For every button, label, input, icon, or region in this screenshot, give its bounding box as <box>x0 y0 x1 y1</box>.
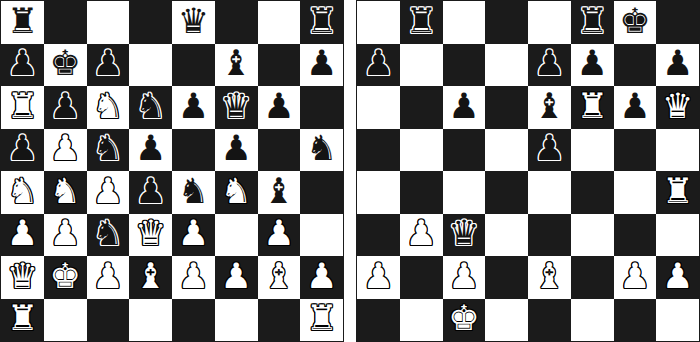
square-a6 <box>357 86 400 129</box>
square-g7 <box>614 44 657 87</box>
white-queen: ♛ <box>7 259 38 294</box>
white-pawn: ♟ <box>92 259 123 294</box>
square-f8: ♜ <box>571 1 614 44</box>
square-h4: ♜ <box>656 171 699 214</box>
square-f2: ♟ <box>215 256 258 299</box>
square-h2: ♟ <box>656 256 699 299</box>
black-knight: ♞ <box>92 131 123 166</box>
black-pawn: ♟ <box>363 46 394 81</box>
black-pawn: ♟ <box>619 89 650 124</box>
white-knight: ♞ <box>92 89 123 124</box>
square-b5: ♟ <box>44 129 87 172</box>
white-pawn: ♟ <box>49 216 80 251</box>
black-knight: ♞ <box>92 216 123 251</box>
square-c8 <box>443 1 486 44</box>
square-b7: ♚ <box>44 44 87 87</box>
black-bishop: ♝ <box>534 89 565 124</box>
square-g4 <box>614 171 657 214</box>
square-f4: ♞ <box>215 171 258 214</box>
square-e7 <box>172 44 215 87</box>
square-h3 <box>656 214 699 257</box>
black-pawn: ♟ <box>178 89 209 124</box>
square-h8 <box>656 1 699 44</box>
square-d8 <box>129 1 172 44</box>
square-f1 <box>571 299 614 342</box>
square-c1: ♚ <box>443 299 486 342</box>
square-a7: ♟ <box>357 44 400 87</box>
square-g1 <box>258 299 301 342</box>
black-pawn: ♟ <box>220 131 251 166</box>
black-pawn: ♟ <box>7 46 38 81</box>
white-rook: ♜ <box>306 301 337 336</box>
square-c5: ♞ <box>87 129 130 172</box>
square-h1: ♜ <box>300 299 343 342</box>
square-g5 <box>258 129 301 172</box>
square-b3: ♟ <box>400 214 443 257</box>
square-h6: ♛ <box>656 86 699 129</box>
square-a1: ♜ <box>1 299 44 342</box>
square-b4 <box>400 171 443 214</box>
square-e5: ♟ <box>528 129 571 172</box>
black-rook: ♜ <box>306 4 337 39</box>
square-f1 <box>215 299 258 342</box>
square-c6: ♟ <box>443 86 486 129</box>
white-bishop: ♝ <box>534 259 565 294</box>
square-b7 <box>400 44 443 87</box>
square-b3: ♟ <box>44 214 87 257</box>
square-a5 <box>357 129 400 172</box>
square-e2: ♟ <box>172 256 215 299</box>
square-b6: ♟ <box>44 86 87 129</box>
white-king: ♚ <box>49 259 80 294</box>
black-pawn: ♟ <box>263 89 294 124</box>
black-pawn: ♟ <box>306 46 337 81</box>
square-d2: ♝ <box>129 256 172 299</box>
white-pawn: ♟ <box>619 259 650 294</box>
square-f4 <box>571 171 614 214</box>
black-queen: ♛ <box>448 216 479 251</box>
square-f3 <box>215 214 258 257</box>
square-d6 <box>485 86 528 129</box>
white-queen: ♛ <box>662 89 693 124</box>
square-d6: ♞ <box>129 86 172 129</box>
square-h3 <box>300 214 343 257</box>
square-b2 <box>400 256 443 299</box>
square-a3 <box>357 214 400 257</box>
white-knight: ♞ <box>49 174 80 209</box>
square-c6: ♞ <box>87 86 130 129</box>
square-f2 <box>571 256 614 299</box>
black-king: ♚ <box>619 4 650 39</box>
white-pawn: ♟ <box>662 259 693 294</box>
black-knight: ♞ <box>135 89 166 124</box>
square-a8 <box>357 1 400 44</box>
square-f7: ♟ <box>571 44 614 87</box>
square-h5 <box>656 129 699 172</box>
black-rook: ♜ <box>576 4 607 39</box>
white-pawn: ♟ <box>49 131 80 166</box>
square-e8: ♛ <box>172 1 215 44</box>
square-b1 <box>400 299 443 342</box>
square-d1 <box>485 299 528 342</box>
square-g4: ♝ <box>258 171 301 214</box>
square-f8 <box>215 1 258 44</box>
square-e6: ♝ <box>528 86 571 129</box>
black-pawn: ♟ <box>534 46 565 81</box>
white-rook: ♜ <box>7 301 38 336</box>
square-c2: ♟ <box>443 256 486 299</box>
white-pawn: ♟ <box>306 259 337 294</box>
square-e3 <box>528 214 571 257</box>
white-pawn: ♟ <box>263 216 294 251</box>
square-e3: ♟ <box>172 214 215 257</box>
square-g8 <box>258 1 301 44</box>
square-h7: ♟ <box>300 44 343 87</box>
white-pawn: ♟ <box>178 216 209 251</box>
square-d4 <box>485 171 528 214</box>
black-pawn: ♟ <box>576 46 607 81</box>
square-a3: ♟ <box>1 214 44 257</box>
left-board: ♜♛♜♟♚♟♝♟♜♟♞♞♟♛♟♟♟♞♟♟♞♞♞♟♟♞♞♝♟♟♞♛♟♟♛♚♟♝♟♟… <box>0 0 344 342</box>
square-d3 <box>485 214 528 257</box>
black-knight: ♞ <box>178 174 209 209</box>
square-c7: ♟ <box>87 44 130 87</box>
square-c1 <box>87 299 130 342</box>
square-d5: ♟ <box>129 129 172 172</box>
square-c7 <box>443 44 486 87</box>
square-g7 <box>258 44 301 87</box>
square-h5: ♞ <box>300 129 343 172</box>
square-c3: ♛ <box>443 214 486 257</box>
square-c4: ♟ <box>87 171 130 214</box>
black-pawn: ♟ <box>92 46 123 81</box>
square-h7: ♟ <box>656 44 699 87</box>
square-a4 <box>357 171 400 214</box>
square-e4: ♞ <box>172 171 215 214</box>
black-pawn: ♟ <box>7 131 38 166</box>
square-a2: ♛ <box>1 256 44 299</box>
square-h1 <box>656 299 699 342</box>
square-h6 <box>300 86 343 129</box>
black-bishop: ♝ <box>263 174 294 209</box>
square-a7: ♟ <box>1 44 44 87</box>
square-f3 <box>571 214 614 257</box>
square-g1 <box>614 299 657 342</box>
square-g5 <box>614 129 657 172</box>
square-d3: ♛ <box>129 214 172 257</box>
white-queen: ♛ <box>135 216 166 251</box>
square-d8 <box>485 1 528 44</box>
square-f5: ♟ <box>215 129 258 172</box>
square-g2: ♟ <box>614 256 657 299</box>
white-knight: ♞ <box>7 174 38 209</box>
square-e4 <box>528 171 571 214</box>
square-d1 <box>129 299 172 342</box>
square-f5 <box>571 129 614 172</box>
white-bishop: ♝ <box>135 259 166 294</box>
right-board: ♜♜♚♟♟♟♟♟♝♜♟♛♟♜♟♛♟♟♝♟♟♚ <box>356 0 700 342</box>
white-pawn: ♟ <box>220 259 251 294</box>
white-rook: ♜ <box>662 174 693 209</box>
square-e7: ♟ <box>528 44 571 87</box>
square-h2: ♟ <box>300 256 343 299</box>
white-pawn: ♟ <box>7 216 38 251</box>
square-g3: ♟ <box>258 214 301 257</box>
black-pawn: ♟ <box>448 89 479 124</box>
square-g6: ♟ <box>614 86 657 129</box>
chess-diagrams: ♜♛♜♟♚♟♝♟♜♟♞♞♟♛♟♟♟♞♟♟♞♞♞♟♟♞♞♝♟♟♞♛♟♟♛♚♟♝♟♟… <box>0 0 700 342</box>
square-b8: ♜ <box>400 1 443 44</box>
black-queen: ♛ <box>178 4 209 39</box>
square-e5 <box>172 129 215 172</box>
black-rook: ♜ <box>7 4 38 39</box>
black-pawn: ♟ <box>662 46 693 81</box>
square-g6: ♟ <box>258 86 301 129</box>
white-pawn: ♟ <box>92 174 123 209</box>
white-pawn: ♟ <box>178 259 209 294</box>
square-f7: ♝ <box>215 44 258 87</box>
square-c3: ♞ <box>87 214 130 257</box>
white-bishop: ♝ <box>263 259 294 294</box>
white-pawn: ♟ <box>448 259 479 294</box>
black-pawn: ♟ <box>135 174 166 209</box>
square-a1 <box>357 299 400 342</box>
black-bishop: ♝ <box>220 46 251 81</box>
black-queen: ♛ <box>220 89 251 124</box>
square-e1 <box>528 299 571 342</box>
square-d7 <box>129 44 172 87</box>
square-c4 <box>443 171 486 214</box>
black-king: ♚ <box>49 46 80 81</box>
square-d5 <box>485 129 528 172</box>
square-g2: ♝ <box>258 256 301 299</box>
square-g8: ♚ <box>614 1 657 44</box>
square-h4 <box>300 171 343 214</box>
black-rook: ♜ <box>405 4 436 39</box>
white-pawn: ♟ <box>363 259 394 294</box>
square-b4: ♞ <box>44 171 87 214</box>
white-knight: ♞ <box>220 174 251 209</box>
square-b8 <box>44 1 87 44</box>
square-a8: ♜ <box>1 1 44 44</box>
square-e8 <box>528 1 571 44</box>
square-e6: ♟ <box>172 86 215 129</box>
white-king: ♚ <box>448 301 479 336</box>
square-a2: ♟ <box>357 256 400 299</box>
square-e2: ♝ <box>528 256 571 299</box>
black-pawn: ♟ <box>49 89 80 124</box>
black-pawn: ♟ <box>135 131 166 166</box>
square-b6 <box>400 86 443 129</box>
square-d2 <box>485 256 528 299</box>
square-g3 <box>614 214 657 257</box>
square-c5 <box>443 129 486 172</box>
square-b2: ♚ <box>44 256 87 299</box>
square-e1 <box>172 299 215 342</box>
square-h8: ♜ <box>300 1 343 44</box>
square-a4: ♞ <box>1 171 44 214</box>
white-pawn: ♟ <box>405 216 436 251</box>
black-pawn: ♟ <box>534 131 565 166</box>
white-rook: ♜ <box>7 89 38 124</box>
square-f6: ♜ <box>571 86 614 129</box>
square-d4: ♟ <box>129 171 172 214</box>
square-b1 <box>44 299 87 342</box>
square-d7 <box>485 44 528 87</box>
square-b5 <box>400 129 443 172</box>
square-a6: ♜ <box>1 86 44 129</box>
square-c8 <box>87 1 130 44</box>
square-a5: ♟ <box>1 129 44 172</box>
square-c2: ♟ <box>87 256 130 299</box>
square-f6: ♛ <box>215 86 258 129</box>
white-rook: ♜ <box>576 89 607 124</box>
black-knight: ♞ <box>306 131 337 166</box>
